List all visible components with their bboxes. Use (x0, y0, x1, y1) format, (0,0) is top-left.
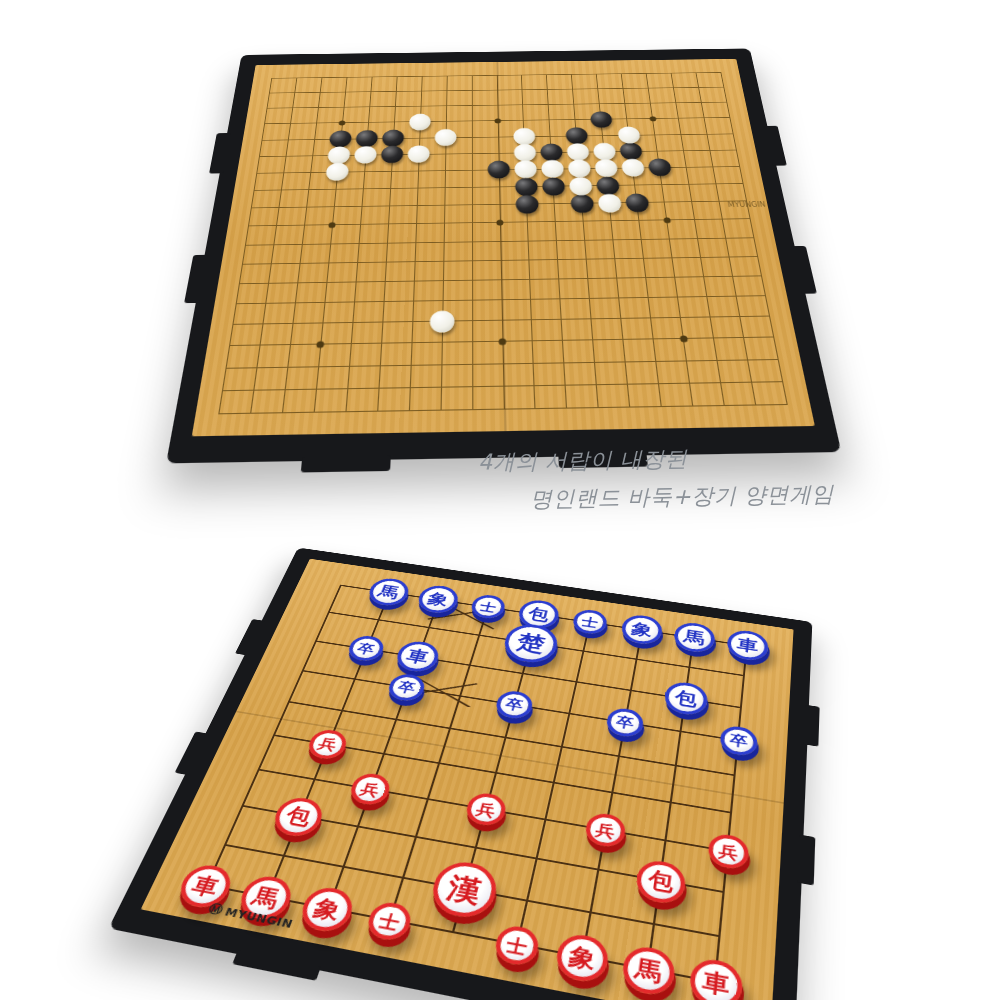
go-stone-black[interactable] (515, 195, 538, 214)
janggi-piece-glyph: 包 (674, 689, 698, 709)
janggi-piece-glyph: 士 (479, 600, 498, 613)
frame-tab (175, 732, 210, 776)
janggi-piece-glyph: 馬 (634, 956, 664, 985)
go-stone-white[interactable] (621, 159, 645, 177)
hoshi-star-point (499, 339, 507, 346)
go-stone-black[interactable] (515, 177, 538, 195)
janggi-piece-glyph: 卒 (396, 680, 417, 695)
janggi-piece-blue-chariot[interactable]: 車 (726, 628, 769, 663)
frame-tab (797, 835, 815, 886)
go-stone-white[interactable] (409, 113, 431, 130)
janggi-piece-blue-guard[interactable]: 士 (571, 608, 609, 636)
go-stone-white[interactable] (435, 129, 457, 146)
janggi-piece-glyph: 卒 (615, 714, 635, 730)
hoshi-star-point (494, 118, 501, 123)
frame-tab (791, 246, 817, 294)
janggi-piece-blue-soldier[interactable]: 卒 (605, 706, 646, 739)
go-stone-black[interactable] (590, 111, 613, 128)
janggi-piece-glyph: 兵 (359, 781, 382, 799)
hoshi-star-point (663, 217, 671, 223)
janggi-piece-red-soldier[interactable]: 兵 (346, 771, 393, 807)
janggi-piece-red-horse[interactable]: 馬 (620, 943, 677, 998)
janggi-piece-red-elephant[interactable]: 象 (553, 931, 611, 985)
go-stone-white[interactable] (514, 161, 537, 179)
go-stone-white[interactable] (327, 146, 351, 163)
frame-tab (184, 255, 209, 303)
janggi-piece-red-soldier[interactable]: 兵 (463, 791, 509, 828)
janggi-piece-red-cannon[interactable]: 包 (269, 795, 328, 840)
go-board-frame: MYUNGIN (166, 48, 841, 463)
janggi-piece-glyph: 包 (283, 805, 314, 828)
go-stone-white[interactable] (514, 144, 536, 161)
go-stone-black[interactable] (648, 159, 672, 177)
janggi-piece-blue-chariot[interactable]: 車 (393, 639, 443, 674)
go-stone-black[interactable] (596, 176, 620, 194)
janggi-piece-glyph: 士 (581, 615, 600, 629)
janggi-piece-blue-horse[interactable]: 馬 (365, 576, 413, 608)
go-stone-black[interactable] (619, 143, 643, 160)
janggi-piece-glyph: 車 (701, 969, 730, 998)
janggi-piece-blue-elephant[interactable]: 象 (619, 613, 664, 647)
janggi-piece-red-chariot[interactable]: 車 (688, 956, 744, 1000)
janggi-piece-red-guard[interactable]: 士 (492, 923, 542, 968)
go-stone-white[interactable] (325, 163, 349, 181)
go-stone-white[interactable] (407, 145, 430, 162)
janggi-piece-blue-elephant[interactable]: 象 (415, 583, 462, 615)
product-photo-page: MYUNGIN 4개의 서랍이 내장된 명인랜드 바둑+장기 양면게임 (0, 0, 1000, 1000)
janggi-piece-glyph: 漢 (445, 873, 485, 907)
janggi-piece-glyph: 馬 (683, 628, 706, 646)
janggi-board-frame: 馬象士包士象馬車楚卒車包卒卒卒卒兵兵兵兵兵包包漢車馬象士士象馬車 ⓂMYUNGI… (108, 548, 812, 1000)
janggi-piece-red-cannon[interactable]: 包 (634, 857, 688, 906)
hoshi-star-point (339, 120, 346, 125)
hoshi-star-point (328, 222, 336, 228)
janggi-piece-glyph: 卒 (504, 697, 524, 713)
janggi-piece-glyph: 馬 (376, 584, 401, 601)
janggi-piece-red-soldier[interactable]: 兵 (707, 832, 750, 872)
frame-tab (232, 950, 321, 981)
janggi-piece-blue-soldier[interactable]: 卒 (345, 634, 387, 663)
go-brand-logo: MYUNGIN (727, 201, 766, 209)
go-stone-white[interactable] (541, 160, 564, 178)
go-stone-white[interactable] (594, 159, 618, 177)
caption-line-2: 명인랜드 바둑+장기 양면게임 (530, 479, 834, 514)
janggi-piece-blue-soldier[interactable]: 卒 (493, 689, 535, 721)
go-stone-white[interactable] (569, 177, 593, 195)
janggi-board-tilt-wrapper: 馬象士包士象馬車楚卒車包卒卒卒卒兵兵兵兵兵包包漢車馬象士士象馬車 ⓂMYUNGI… (108, 548, 812, 1000)
go-stone-black[interactable] (381, 146, 404, 163)
go-stone-white[interactable] (617, 126, 640, 143)
janggi-piece-glyph: 包 (647, 869, 675, 895)
janggi-piece-glyph: 象 (311, 896, 343, 923)
janggi-piece-blue-soldier[interactable]: 卒 (719, 724, 758, 758)
janggi-piece-red-soldier[interactable]: 兵 (304, 727, 350, 761)
janggi-board[interactable]: 馬象士包士象馬車楚卒車包卒卒卒卒兵兵兵兵兵包包漢車馬象士士象馬車 ⓂMYUNGI… (141, 559, 794, 1000)
frame-tab (764, 126, 787, 166)
go-stone-black[interactable] (565, 127, 588, 144)
frame-tab (209, 133, 231, 173)
janggi-piece-glyph: 兵 (595, 821, 617, 840)
janggi-piece-blue-cannon[interactable]: 包 (663, 680, 709, 718)
janggi-piece-red-guard[interactable]: 士 (364, 900, 415, 943)
hoshi-star-point (680, 336, 688, 343)
go-stone-black[interactable] (540, 144, 563, 161)
janggi-piece-glyph: 兵 (316, 736, 339, 752)
frame-tab (803, 705, 819, 747)
go-board-scene: MYUNGIN (0, 0, 1000, 442)
janggi-piece-blue-guard[interactable]: 士 (469, 593, 508, 620)
janggi-piece-glyph: 兵 (475, 800, 497, 818)
hoshi-star-point (496, 220, 503, 226)
go-board-tilt-wrapper: MYUNGIN (166, 48, 841, 463)
hoshi-star-point (316, 341, 324, 348)
janggi-piece-glyph: 車 (736, 636, 759, 654)
go-stone-black[interactable] (355, 130, 378, 147)
go-stone-white[interactable] (567, 143, 590, 160)
janggi-piece-red-soldier[interactable]: 兵 (583, 811, 627, 849)
janggi-piece-glyph: 車 (405, 647, 431, 665)
janggi-piece-glyph: 楚 (515, 631, 547, 654)
go-stone-black[interactable] (570, 194, 594, 213)
hoshi-star-point (649, 116, 656, 121)
janggi-piece-glyph: 卒 (729, 732, 748, 748)
janggi-piece-glyph: 兵 (718, 842, 739, 861)
handwritten-caption: 4개의 서랍이 내장된 명인랜드 바둑+장기 양면게임 (0, 442, 1000, 530)
janggi-piece-blue-soldier[interactable]: 卒 (385, 672, 428, 703)
go-stone-black[interactable] (625, 193, 650, 212)
janggi-piece-blue-horse[interactable]: 馬 (672, 621, 716, 655)
janggi-piece-blue-general[interactable]: 楚 (500, 621, 561, 666)
go-board[interactable]: MYUNGIN (192, 59, 815, 436)
frame-tab (235, 619, 265, 656)
janggi-piece-glyph: 車 (189, 873, 222, 899)
go-stone-white[interactable] (513, 128, 535, 145)
janggi-piece-glyph: 卒 (356, 641, 377, 655)
go-stone-white[interactable] (354, 146, 377, 163)
janggi-piece-glyph: 包 (527, 606, 551, 623)
janggi-piece-red-elephant[interactable]: 象 (296, 884, 358, 935)
go-stone-white[interactable] (430, 311, 455, 333)
janggi-piece-glyph: 象 (567, 944, 597, 972)
go-stone-black[interactable] (382, 130, 405, 147)
janggi-piece-glyph: 馬 (250, 885, 283, 911)
go-stone-white[interactable] (598, 194, 622, 213)
go-stone-black[interactable] (329, 130, 352, 147)
janggi-piece-glyph: 象 (630, 621, 653, 639)
go-stone-black[interactable] (542, 177, 565, 195)
janggi-board-scene: 馬象士包士象馬車楚卒車包卒卒卒卒兵兵兵兵兵包包漢車馬象士士象馬車 ⓂMYUNGI… (0, 530, 1000, 990)
go-stone-white[interactable] (593, 143, 616, 160)
go-stone-black[interactable] (488, 161, 510, 179)
janggi-piece-glyph: 象 (426, 591, 451, 608)
janggi-piece-glyph: 士 (505, 935, 529, 957)
janggi-piece-glyph: 士 (377, 911, 402, 932)
caption-line-1: 4개의 서랍이 내장된 (478, 444, 688, 478)
janggi-piece-red-general[interactable]: 漢 (426, 858, 501, 922)
go-play-area (218, 72, 788, 414)
go-stone-white[interactable] (568, 160, 591, 178)
